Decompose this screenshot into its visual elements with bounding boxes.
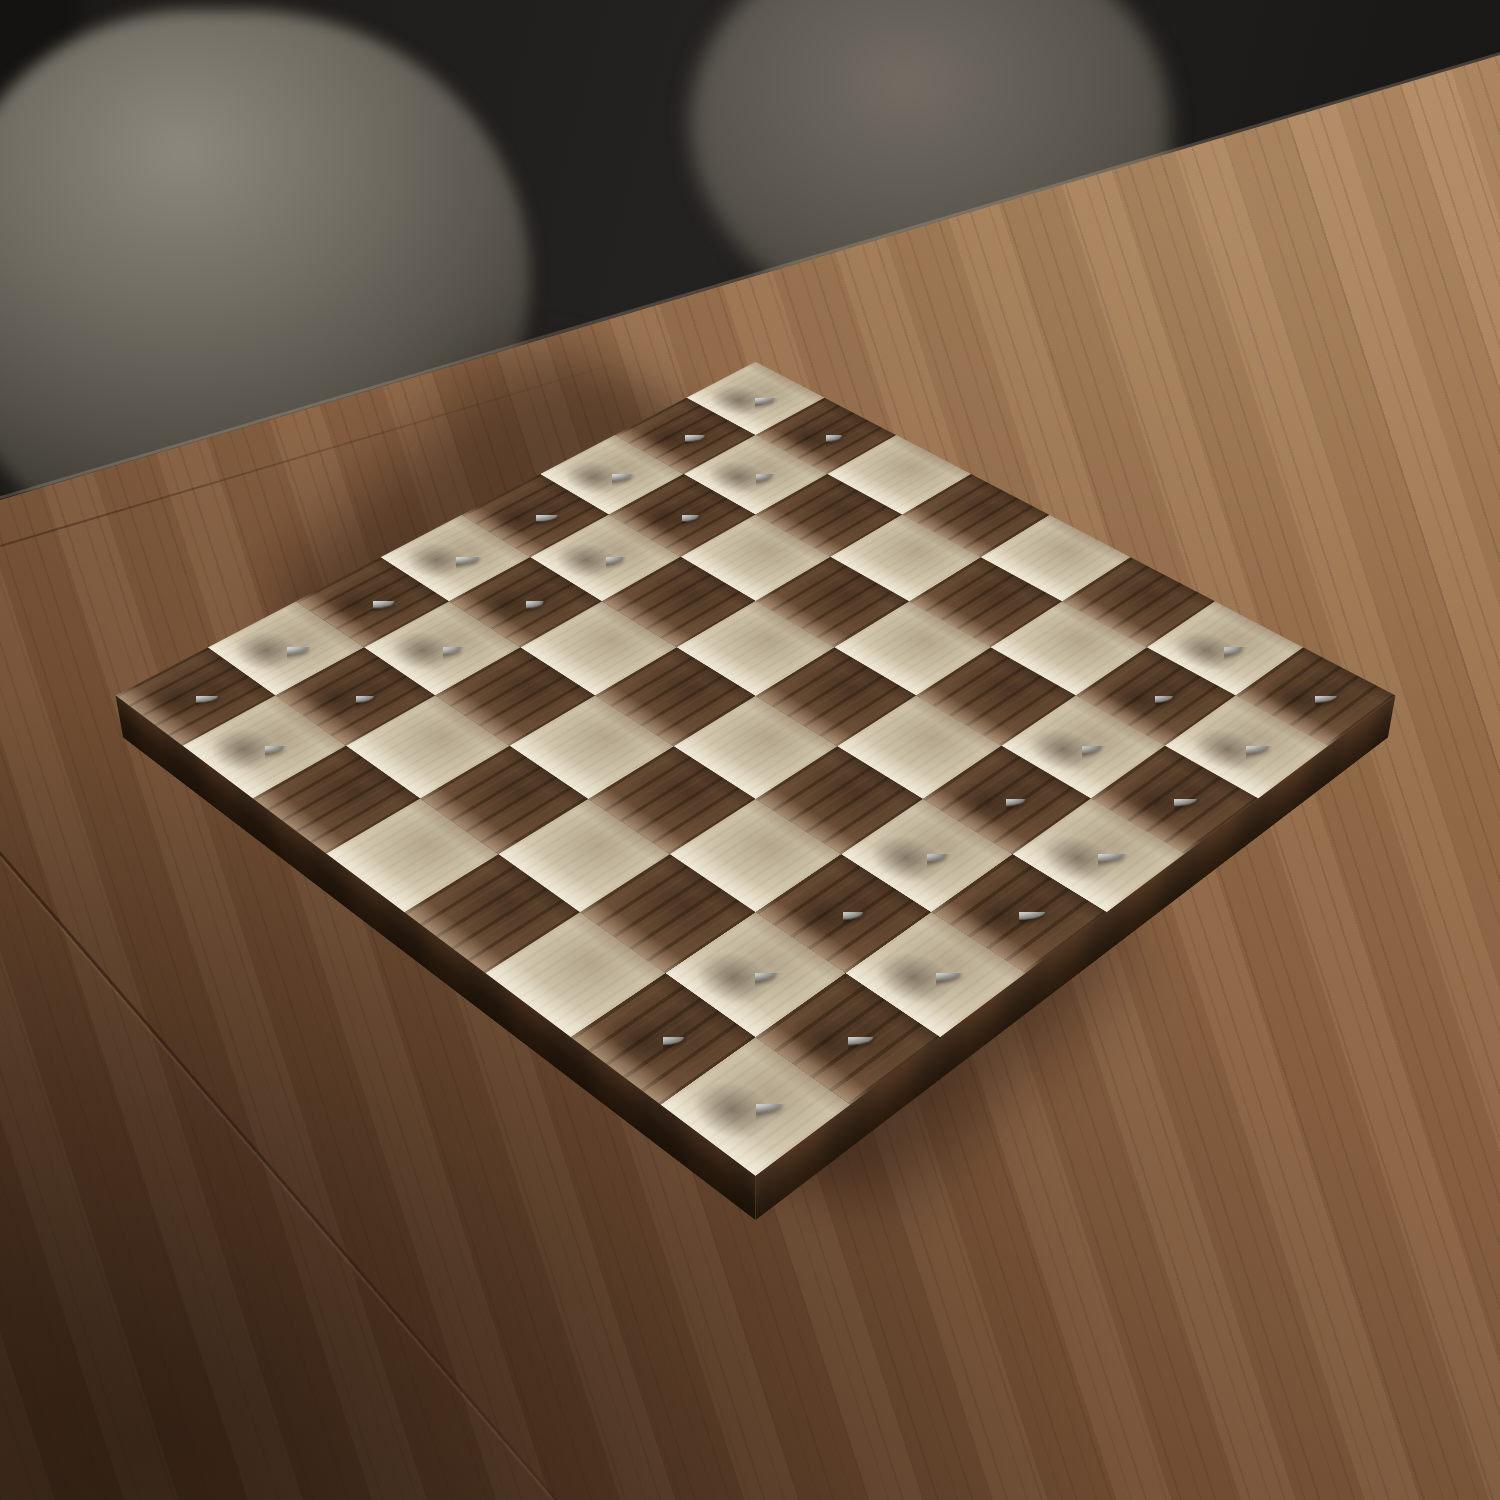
black-rook-icon: ♜ xyxy=(649,1003,863,1112)
photo-scene: ♜♟♟♜♞♟♟♞♝♟♟♝♚♟♟♚♛♟♟♛♝♟♟♝♞♟♟♞♜♟♟♜ xyxy=(0,0,1500,1500)
square-d5 xyxy=(674,696,838,799)
white-pawn-icon: ♟ xyxy=(172,674,356,752)
